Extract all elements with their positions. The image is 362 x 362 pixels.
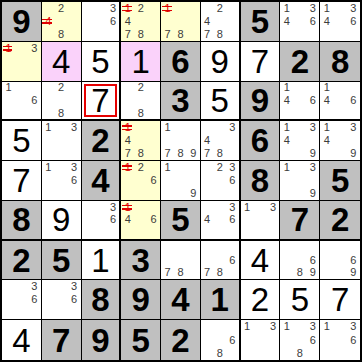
cell-r1c3[interactable]: 36 bbox=[82, 2, 122, 42]
cell-r4c4[interactable]: 1478 bbox=[121, 121, 161, 161]
empty-candidate-slot bbox=[293, 134, 306, 147]
empty-candidate-slot bbox=[15, 68, 28, 81]
cell-r5c4[interactable]: 126 bbox=[121, 161, 161, 201]
empty-candidate-slot bbox=[280, 241, 293, 254]
cell-r3c9[interactable]: 146 bbox=[320, 82, 360, 122]
empty-candidate-slot bbox=[55, 293, 68, 306]
candidate-4: 4 bbox=[121, 15, 134, 28]
empty-candidate-slot bbox=[2, 68, 15, 81]
candidate-grid: 36 bbox=[42, 280, 81, 319]
empty-candidate-slot bbox=[213, 333, 226, 346]
empty-candidate-slot bbox=[213, 213, 226, 226]
candidate-9: 9 bbox=[187, 187, 200, 200]
given-digit: 9 bbox=[132, 283, 150, 316]
solved-digit: 1 bbox=[91, 244, 109, 277]
empty-candidate-slot bbox=[15, 42, 28, 55]
empty-candidate-slot bbox=[280, 347, 293, 360]
empty-candidate-slot bbox=[121, 174, 134, 187]
empty-candidate-slot bbox=[213, 226, 226, 239]
given-digit: 3 bbox=[132, 244, 150, 277]
cell-r8c1[interactable]: 36 bbox=[2, 280, 42, 320]
candidate-6: 6 bbox=[226, 174, 239, 187]
cell-r3c4[interactable]: 28 bbox=[121, 82, 161, 122]
candidate-4: 4 bbox=[320, 94, 333, 107]
cell-r8c6[interactable]: 1 bbox=[201, 280, 241, 320]
candidate-6: 6 bbox=[147, 213, 160, 226]
cell-r4c8[interactable]: 1349 bbox=[280, 121, 320, 161]
empty-candidate-slot bbox=[2, 94, 15, 107]
empty-candidate-slot bbox=[226, 134, 239, 147]
empty-candidate-slot bbox=[55, 121, 68, 134]
given-digit: 6 bbox=[251, 124, 269, 157]
given-digit: 2 bbox=[331, 203, 349, 236]
cell-r1c7[interactable]: 5 bbox=[241, 2, 281, 42]
empty-candidate-slot bbox=[293, 187, 306, 200]
cell-r4c9[interactable]: 1349 bbox=[320, 121, 360, 161]
empty-candidate-slot bbox=[42, 28, 55, 41]
candidate-1: 1 bbox=[2, 82, 15, 95]
empty-candidate-slot bbox=[241, 213, 254, 226]
empty-candidate-slot bbox=[241, 347, 254, 360]
empty-candidate-slot bbox=[187, 15, 200, 28]
empty-candidate-slot bbox=[213, 201, 226, 214]
candidate-2: 2 bbox=[55, 2, 68, 15]
empty-candidate-slot bbox=[201, 226, 214, 239]
cell-r8c9[interactable]: 7 bbox=[320, 280, 360, 320]
candidate-8: 8 bbox=[55, 107, 68, 120]
empty-candidate-slot bbox=[42, 107, 55, 120]
empty-candidate-slot bbox=[306, 134, 319, 147]
cell-r4c2[interactable]: 13 bbox=[42, 121, 82, 161]
cell-r1c2[interactable]: 248 bbox=[42, 2, 82, 42]
candidate-9: 9 bbox=[306, 267, 319, 280]
cell-r2c5[interactable]: 6 bbox=[161, 42, 201, 82]
empty-candidate-slot bbox=[42, 293, 55, 306]
candidate-6: 6 bbox=[226, 333, 239, 346]
empty-candidate-slot bbox=[254, 226, 267, 239]
empty-candidate-slot bbox=[55, 161, 68, 174]
solved-digit: 9 bbox=[211, 45, 229, 78]
cell-r6c2[interactable]: 9 bbox=[42, 201, 82, 241]
empty-candidate-slot bbox=[293, 121, 306, 134]
candidate-7: 7 bbox=[201, 28, 214, 41]
empty-candidate-slot bbox=[121, 226, 134, 239]
empty-candidate-slot bbox=[174, 2, 187, 15]
empty-candidate-slot bbox=[2, 293, 15, 306]
empty-candidate-slot bbox=[147, 121, 160, 134]
empty-candidate-slot bbox=[42, 147, 55, 160]
cell-r6c9[interactable]: 2 bbox=[320, 201, 360, 241]
given-digit: 4 bbox=[91, 164, 109, 197]
empty-candidate-slot bbox=[333, 347, 346, 360]
empty-candidate-slot bbox=[201, 121, 214, 134]
candidate-grid: 1349 bbox=[280, 121, 319, 160]
eliminated-candidate-1: 1 bbox=[121, 201, 134, 214]
empty-candidate-slot bbox=[174, 254, 187, 267]
empty-candidate-slot bbox=[42, 134, 55, 147]
cell-r7c2[interactable]: 5 bbox=[42, 241, 82, 281]
solved-digit: 4 bbox=[12, 324, 30, 357]
cell-r5c3[interactable]: 4 bbox=[82, 161, 122, 201]
cell-r4c7[interactable]: 6 bbox=[241, 121, 281, 161]
cell-r8c8[interactable]: 5 bbox=[280, 280, 320, 320]
cell-r3c7[interactable]: 9 bbox=[241, 82, 281, 122]
candidate-3: 3 bbox=[347, 320, 360, 333]
candidate-3: 3 bbox=[68, 161, 81, 174]
cell-r7c7[interactable]: 4 bbox=[241, 241, 281, 281]
empty-candidate-slot bbox=[226, 320, 239, 333]
candidate-grid: 136 bbox=[42, 161, 81, 200]
candidate-grid: 139 bbox=[280, 161, 319, 200]
empty-candidate-slot bbox=[55, 134, 68, 147]
sudoku-board: 9248361247817824785134613461345169728162… bbox=[0, 0, 362, 362]
candidate-4: 4 bbox=[280, 94, 293, 107]
cell-r3c8[interactable]: 146 bbox=[280, 82, 320, 122]
empty-candidate-slot bbox=[134, 187, 147, 200]
empty-candidate-slot bbox=[82, 226, 95, 239]
cell-r8c7[interactable]: 2 bbox=[241, 280, 281, 320]
candidate-6: 6 bbox=[347, 15, 360, 28]
empty-candidate-slot bbox=[293, 254, 306, 267]
empty-candidate-slot bbox=[82, 15, 95, 28]
candidate-6: 6 bbox=[28, 94, 41, 107]
empty-candidate-slot bbox=[293, 2, 306, 15]
empty-candidate-slot bbox=[241, 226, 254, 239]
empty-candidate-slot bbox=[333, 241, 346, 254]
cell-r9c2[interactable]: 7 bbox=[42, 320, 82, 360]
empty-candidate-slot bbox=[280, 28, 293, 41]
cell-r2c9[interactable]: 8 bbox=[320, 42, 360, 82]
cell-r8c2[interactable]: 36 bbox=[42, 280, 82, 320]
cell-r2c4[interactable]: 1 bbox=[121, 42, 161, 82]
candidate-grid: 69 bbox=[320, 241, 360, 280]
cell-r3c1[interactable]: 16 bbox=[2, 82, 42, 122]
empty-candidate-slot bbox=[333, 254, 346, 267]
cell-r7c5[interactable]: 78 bbox=[161, 241, 201, 281]
empty-candidate-slot bbox=[187, 161, 200, 174]
empty-candidate-slot bbox=[320, 147, 333, 160]
empty-candidate-slot bbox=[320, 107, 333, 120]
cell-r7c8[interactable]: 689 bbox=[280, 241, 320, 281]
solved-digit: 9 bbox=[52, 203, 70, 236]
candidate-3: 3 bbox=[347, 2, 360, 15]
empty-candidate-slot bbox=[201, 320, 214, 333]
empty-candidate-slot bbox=[280, 333, 293, 346]
empty-candidate-slot bbox=[15, 293, 28, 306]
empty-candidate-slot bbox=[320, 254, 333, 267]
cell-r6c1[interactable]: 8 bbox=[2, 201, 42, 241]
candidate-8: 8 bbox=[213, 147, 226, 160]
candidate-3: 3 bbox=[306, 161, 319, 174]
empty-candidate-slot bbox=[28, 68, 41, 81]
empty-candidate-slot bbox=[68, 134, 81, 147]
empty-candidate-slot bbox=[82, 2, 95, 15]
empty-candidate-slot bbox=[201, 201, 214, 214]
empty-candidate-slot bbox=[201, 2, 214, 15]
empty-candidate-slot bbox=[55, 174, 68, 187]
cell-r6c7[interactable]: 13 bbox=[241, 201, 281, 241]
empty-candidate-slot bbox=[347, 82, 360, 95]
empty-candidate-slot bbox=[333, 28, 346, 41]
empty-candidate-slot bbox=[213, 121, 226, 134]
solved-digit: 4 bbox=[52, 45, 70, 78]
empty-candidate-slot bbox=[174, 174, 187, 187]
candidate-1: 1 bbox=[280, 320, 293, 333]
empty-candidate-slot bbox=[174, 161, 187, 174]
cell-r1c5[interactable]: 178 bbox=[161, 2, 201, 42]
empty-candidate-slot bbox=[201, 254, 214, 267]
candidate-6: 6 bbox=[107, 213, 120, 226]
solved-digit: 7 bbox=[91, 84, 109, 117]
empty-candidate-slot bbox=[333, 82, 346, 95]
eliminated-candidate-4: 4 bbox=[42, 15, 55, 28]
empty-candidate-slot bbox=[280, 107, 293, 120]
candidate-1: 1 bbox=[241, 201, 254, 214]
cell-r3c5[interactable]: 3 bbox=[161, 82, 201, 122]
candidate-9: 9 bbox=[347, 267, 360, 280]
empty-candidate-slot bbox=[201, 333, 214, 346]
cell-r1c1[interactable]: 9 bbox=[2, 2, 42, 42]
empty-candidate-slot bbox=[147, 161, 160, 174]
cell-r7c4[interactable]: 3 bbox=[121, 241, 161, 281]
cell-r5c8[interactable]: 139 bbox=[280, 161, 320, 201]
eliminated-candidate-1: 1 bbox=[2, 42, 15, 55]
candidate-grid: 1368 bbox=[280, 320, 319, 360]
given-digit: 5 bbox=[331, 164, 349, 197]
cell-r2c6[interactable]: 9 bbox=[201, 42, 241, 82]
cell-r9c7[interactable]: 13 bbox=[241, 320, 281, 360]
candidate-7: 7 bbox=[161, 267, 174, 280]
empty-candidate-slot bbox=[293, 241, 306, 254]
candidate-3: 3 bbox=[347, 121, 360, 134]
candidate-1: 1 bbox=[320, 2, 333, 15]
candidate-4: 4 bbox=[201, 213, 214, 226]
candidate-3: 3 bbox=[267, 320, 280, 333]
empty-candidate-slot bbox=[15, 306, 28, 319]
empty-candidate-slot bbox=[347, 28, 360, 41]
cell-r3c2[interactable]: 28 bbox=[42, 82, 82, 122]
candidate-grid: 28 bbox=[121, 82, 160, 120]
empty-candidate-slot bbox=[226, 241, 239, 254]
empty-candidate-slot bbox=[320, 267, 333, 280]
cell-r2c2[interactable]: 4 bbox=[42, 42, 82, 82]
solved-digit: 5 bbox=[91, 45, 109, 78]
cell-r3c6[interactable]: 5 bbox=[201, 82, 241, 122]
candidate-8: 8 bbox=[213, 347, 226, 360]
cell-r5c5[interactable]: 19 bbox=[161, 161, 201, 201]
empty-candidate-slot bbox=[201, 347, 214, 360]
empty-candidate-slot bbox=[306, 107, 319, 120]
candidate-9: 9 bbox=[187, 147, 200, 160]
empty-candidate-slot bbox=[68, 2, 81, 15]
empty-candidate-slot bbox=[280, 174, 293, 187]
candidate-grid: 1346 bbox=[280, 2, 319, 41]
candidate-4: 4 bbox=[280, 134, 293, 147]
empty-candidate-slot bbox=[15, 82, 28, 95]
candidate-grid: 2478 bbox=[201, 2, 239, 41]
cell-r5c2[interactable]: 136 bbox=[42, 161, 82, 201]
cell-r8c4[interactable]: 9 bbox=[121, 280, 161, 320]
empty-candidate-slot bbox=[28, 82, 41, 95]
empty-candidate-slot bbox=[213, 254, 226, 267]
empty-candidate-slot bbox=[293, 28, 306, 41]
solved-digit: 5 bbox=[12, 124, 30, 157]
candidate-1: 1 bbox=[280, 2, 293, 15]
empty-candidate-slot bbox=[187, 28, 200, 41]
candidate-2: 2 bbox=[134, 161, 147, 174]
cell-r6c6[interactable]: 346 bbox=[201, 201, 241, 241]
empty-candidate-slot bbox=[68, 107, 81, 120]
candidate-1: 1 bbox=[241, 320, 254, 333]
cell-r1c4[interactable]: 12478 bbox=[121, 2, 161, 42]
empty-candidate-slot bbox=[68, 147, 81, 160]
empty-candidate-slot bbox=[333, 134, 346, 147]
candidate-8: 8 bbox=[174, 267, 187, 280]
cell-r5c1[interactable]: 7 bbox=[2, 161, 42, 201]
empty-candidate-slot bbox=[254, 333, 267, 346]
cell-r2c3[interactable]: 5 bbox=[82, 42, 122, 82]
candidate-grid: 13 bbox=[241, 320, 280, 360]
cell-r7c9[interactable]: 69 bbox=[320, 241, 360, 281]
cell-r7c1[interactable]: 2 bbox=[2, 241, 42, 281]
empty-candidate-slot bbox=[42, 280, 55, 293]
cell-r2c1[interactable]: 13 bbox=[2, 42, 42, 82]
candidate-grid: 126 bbox=[121, 161, 160, 200]
empty-candidate-slot bbox=[121, 82, 134, 95]
cell-r2c8[interactable]: 2 bbox=[280, 42, 320, 82]
candidate-3: 3 bbox=[28, 42, 41, 55]
candidate-1: 1 bbox=[280, 121, 293, 134]
given-digit: 7 bbox=[52, 324, 70, 357]
cell-r6c8[interactable]: 7 bbox=[280, 201, 320, 241]
cell-r9c1[interactable]: 4 bbox=[2, 320, 42, 360]
cell-r4c5[interactable]: 1789 bbox=[161, 121, 201, 161]
empty-candidate-slot bbox=[280, 267, 293, 280]
candidate-1: 1 bbox=[42, 121, 55, 134]
candidate-grid: 78 bbox=[161, 241, 200, 280]
empty-candidate-slot bbox=[267, 213, 280, 226]
cell-r8c5[interactable]: 4 bbox=[161, 280, 201, 320]
empty-candidate-slot bbox=[187, 134, 200, 147]
empty-candidate-slot bbox=[68, 28, 81, 41]
candidate-4: 4 bbox=[121, 134, 134, 147]
candidate-1: 1 bbox=[320, 82, 333, 95]
empty-candidate-slot bbox=[213, 174, 226, 187]
candidate-8: 8 bbox=[293, 347, 306, 360]
empty-candidate-slot bbox=[15, 280, 28, 293]
solved-digit: 5 bbox=[211, 84, 229, 117]
cell-r4c6[interactable]: 3478 bbox=[201, 121, 241, 161]
empty-candidate-slot bbox=[254, 213, 267, 226]
empty-candidate-slot bbox=[2, 55, 15, 68]
empty-candidate-slot bbox=[347, 134, 360, 147]
cell-r1c9[interactable]: 1346 bbox=[320, 2, 360, 42]
cell-r9c5[interactable]: 2 bbox=[161, 320, 201, 360]
empty-candidate-slot bbox=[293, 15, 306, 28]
cell-r1c8[interactable]: 1346 bbox=[280, 2, 320, 42]
candidate-6: 6 bbox=[28, 293, 41, 306]
candidate-grid: 178 bbox=[161, 2, 200, 41]
empty-candidate-slot bbox=[333, 147, 346, 160]
candidate-1: 1 bbox=[320, 121, 333, 134]
empty-candidate-slot bbox=[94, 201, 107, 214]
cell-r9c9[interactable]: 136 bbox=[320, 320, 360, 360]
cell-r9c8[interactable]: 1368 bbox=[280, 320, 320, 360]
cell-r3c3[interactable]: 7 bbox=[82, 82, 122, 122]
cell-r4c1[interactable]: 5 bbox=[2, 121, 42, 161]
empty-candidate-slot bbox=[15, 107, 28, 120]
empty-candidate-slot bbox=[94, 15, 107, 28]
empty-candidate-slot bbox=[2, 306, 15, 319]
candidate-grid: 136 bbox=[320, 320, 360, 360]
candidate-8: 8 bbox=[134, 147, 147, 160]
candidate-grid: 678 bbox=[201, 241, 239, 280]
cell-r9c6[interactable]: 68 bbox=[201, 320, 241, 360]
cell-r4c3[interactable]: 2 bbox=[82, 121, 122, 161]
candidate-4: 4 bbox=[121, 213, 134, 226]
empty-candidate-slot bbox=[306, 347, 319, 360]
empty-candidate-slot bbox=[94, 226, 107, 239]
candidate-6: 6 bbox=[347, 333, 360, 346]
eliminated-candidate-1: 1 bbox=[121, 2, 134, 15]
given-digit: 1 bbox=[211, 283, 229, 316]
empty-candidate-slot bbox=[201, 187, 214, 200]
cell-r5c7[interactable]: 8 bbox=[241, 161, 281, 201]
cell-r1c6[interactable]: 2478 bbox=[201, 2, 241, 42]
cell-r5c6[interactable]: 236 bbox=[201, 161, 241, 201]
empty-candidate-slot bbox=[187, 2, 200, 15]
empty-candidate-slot bbox=[267, 333, 280, 346]
empty-candidate-slot bbox=[213, 187, 226, 200]
candidate-3: 3 bbox=[306, 2, 319, 15]
empty-candidate-slot bbox=[2, 107, 15, 120]
empty-candidate-slot bbox=[213, 320, 226, 333]
cell-r7c3[interactable]: 1 bbox=[82, 241, 122, 281]
cell-r9c3[interactable]: 9 bbox=[82, 320, 122, 360]
candidate-grid: 689 bbox=[280, 241, 319, 280]
cell-r9c4[interactable]: 5 bbox=[121, 320, 161, 360]
empty-candidate-slot bbox=[68, 15, 81, 28]
given-digit: 2 bbox=[171, 324, 189, 357]
candidate-grid: 36 bbox=[82, 201, 120, 239]
solved-digit: 1 bbox=[132, 45, 150, 78]
empty-candidate-slot bbox=[293, 333, 306, 346]
cell-r2c7[interactable]: 7 bbox=[241, 42, 281, 82]
empty-candidate-slot bbox=[306, 28, 319, 41]
candidate-6: 6 bbox=[226, 213, 239, 226]
candidate-8: 8 bbox=[293, 267, 306, 280]
cell-r6c4[interactable]: 146 bbox=[121, 201, 161, 241]
empty-candidate-slot bbox=[42, 2, 55, 15]
cell-r6c3[interactable]: 36 bbox=[82, 201, 122, 241]
empty-candidate-slot bbox=[320, 333, 333, 346]
empty-candidate-slot bbox=[333, 107, 346, 120]
cell-r8c3[interactable]: 8 bbox=[82, 280, 122, 320]
eliminated-candidate-1: 1 bbox=[161, 2, 174, 15]
given-digit: 8 bbox=[91, 283, 109, 316]
empty-candidate-slot bbox=[333, 15, 346, 28]
candidate-6: 6 bbox=[347, 94, 360, 107]
candidate-1: 1 bbox=[161, 161, 174, 174]
cell-r7c6[interactable]: 678 bbox=[201, 241, 241, 281]
empty-candidate-slot bbox=[147, 15, 160, 28]
empty-candidate-slot bbox=[121, 94, 134, 107]
cell-r6c5[interactable]: 5 bbox=[161, 201, 201, 241]
candidate-grid: 1346 bbox=[320, 2, 360, 41]
cell-r5c9[interactable]: 5 bbox=[320, 161, 360, 201]
candidate-1: 1 bbox=[280, 161, 293, 174]
candidate-grid: 146 bbox=[320, 82, 360, 120]
